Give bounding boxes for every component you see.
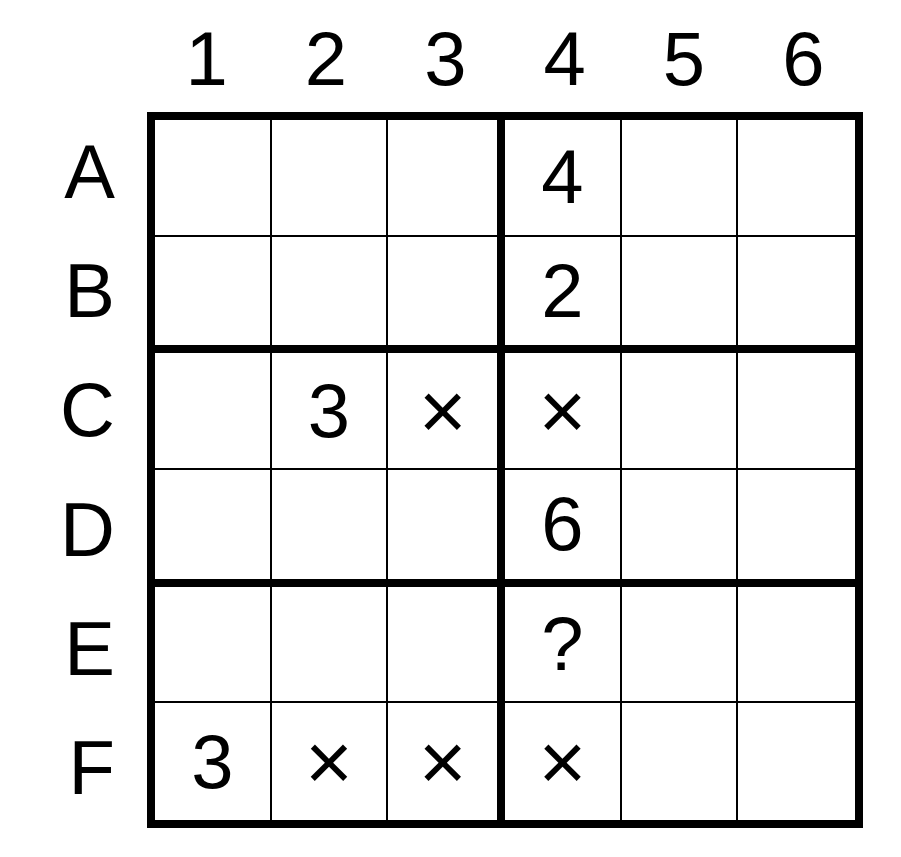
cell-B1[interactable] — [155, 237, 272, 354]
cell-B2[interactable] — [272, 237, 389, 354]
cell-D1[interactable] — [155, 470, 272, 587]
cell-A6[interactable] — [738, 120, 855, 237]
cell-D4[interactable]: 6 — [505, 470, 622, 587]
board-grid: 423××6?3××× — [147, 112, 863, 828]
col-label-6: 6 — [744, 0, 863, 112]
cell-D3[interactable] — [388, 470, 505, 587]
cell-F2[interactable]: × — [272, 703, 389, 820]
row-label-C: C — [0, 351, 147, 470]
cell-C6[interactable] — [738, 353, 855, 470]
col-label-4: 4 — [505, 0, 624, 112]
cell-E2[interactable] — [272, 587, 389, 704]
cell-B6[interactable] — [738, 237, 855, 354]
cell-B3[interactable] — [388, 237, 505, 354]
cell-B4[interactable]: 2 — [505, 237, 622, 354]
cell-D6[interactable] — [738, 470, 855, 587]
cell-C1[interactable] — [155, 353, 272, 470]
cell-A4[interactable]: 4 — [505, 120, 622, 237]
cell-C5[interactable] — [622, 353, 739, 470]
cell-F5[interactable] — [622, 703, 739, 820]
cell-C4[interactable]: × — [505, 353, 622, 470]
column-labels: 123456 — [147, 0, 863, 112]
cell-E5[interactable] — [622, 587, 739, 704]
col-label-5: 5 — [624, 0, 743, 112]
cell-A1[interactable] — [155, 120, 272, 237]
row-label-A: A — [0, 112, 147, 231]
cell-C2[interactable]: 3 — [272, 353, 389, 470]
cell-B5[interactable] — [622, 237, 739, 354]
cell-F3[interactable]: × — [388, 703, 505, 820]
row-label-E: E — [0, 589, 147, 708]
col-label-1: 1 — [147, 0, 266, 112]
cell-D5[interactable] — [622, 470, 739, 587]
col-label-2: 2 — [266, 0, 385, 112]
cell-A2[interactable] — [272, 120, 389, 237]
cell-A5[interactable] — [622, 120, 739, 237]
col-label-3: 3 — [386, 0, 505, 112]
row-label-F: F — [0, 709, 147, 828]
cell-E6[interactable] — [738, 587, 855, 704]
puzzle-diagram: 123456 ABCDEF 423××6?3××× — [0, 0, 901, 857]
cell-F1[interactable]: 3 — [155, 703, 272, 820]
row-label-D: D — [0, 470, 147, 589]
cell-E4[interactable]: ? — [505, 587, 622, 704]
cell-D2[interactable] — [272, 470, 389, 587]
row-label-B: B — [0, 231, 147, 350]
cell-F6[interactable] — [738, 703, 855, 820]
cell-E3[interactable] — [388, 587, 505, 704]
cell-A3[interactable] — [388, 120, 505, 237]
row-labels: ABCDEF — [0, 112, 147, 828]
cell-F4[interactable]: × — [505, 703, 622, 820]
cell-C3[interactable]: × — [388, 353, 505, 470]
cell-E1[interactable] — [155, 587, 272, 704]
